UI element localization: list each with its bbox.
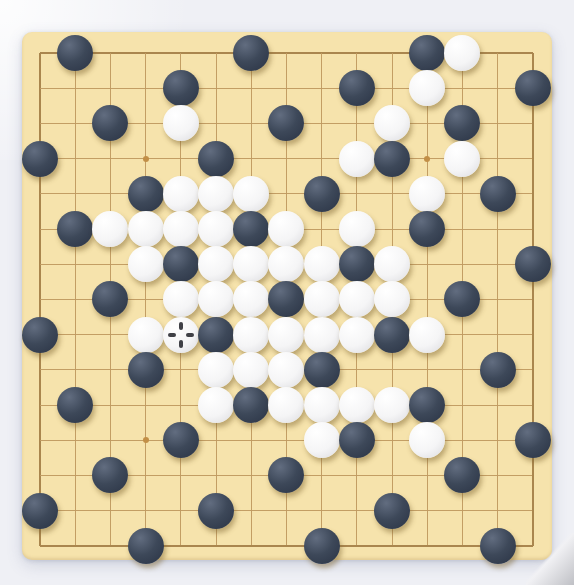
black-stone [92, 105, 128, 141]
black-stone [304, 528, 340, 564]
white-stone [268, 387, 304, 423]
white-stone [268, 317, 304, 353]
grid-line [427, 53, 428, 546]
white-stone [198, 387, 234, 423]
black-stone [57, 35, 93, 71]
black-stone [304, 176, 340, 212]
black-stone [339, 70, 375, 106]
black-stone [233, 35, 269, 71]
white-stone [304, 317, 340, 353]
black-stone [480, 352, 516, 388]
black-stone [515, 246, 551, 282]
white-stone [198, 211, 234, 247]
black-stone [57, 211, 93, 247]
grid-line [40, 510, 533, 511]
white-stone [374, 246, 410, 282]
black-stone [128, 176, 164, 212]
black-stone [444, 105, 480, 141]
black-stone [409, 211, 445, 247]
white-stone [163, 317, 199, 353]
black-stone [339, 246, 375, 282]
black-stone [480, 528, 516, 564]
black-stone [374, 141, 410, 177]
page-fold-corner [526, 533, 574, 585]
black-stone [163, 246, 199, 282]
white-stone [233, 281, 269, 317]
white-stone [444, 141, 480, 177]
white-stone [409, 317, 445, 353]
white-stone [233, 317, 269, 353]
white-stone [128, 317, 164, 353]
white-stone [339, 141, 375, 177]
white-stone [339, 317, 375, 353]
black-stone [22, 317, 58, 353]
grid-line [40, 545, 533, 547]
white-stone [233, 176, 269, 212]
black-stone [163, 422, 199, 458]
black-stone [92, 457, 128, 493]
white-stone [304, 246, 340, 282]
cursor-arm [168, 333, 176, 337]
star-point [143, 156, 149, 162]
grid-line [497, 53, 498, 546]
cursor-arm [179, 322, 183, 330]
black-stone [57, 387, 93, 423]
cursor-arm [179, 340, 183, 348]
black-stone [339, 422, 375, 458]
grid-line [40, 440, 533, 441]
white-stone [304, 422, 340, 458]
go-board[interactable] [22, 32, 552, 560]
black-stone [22, 493, 58, 529]
white-stone [198, 281, 234, 317]
black-stone [233, 387, 269, 423]
black-stone [233, 211, 269, 247]
white-stone [163, 105, 199, 141]
white-stone [444, 35, 480, 71]
white-stone [198, 176, 234, 212]
black-stone [268, 105, 304, 141]
white-stone [268, 211, 304, 247]
white-stone [233, 352, 269, 388]
black-stone [480, 176, 516, 212]
black-stone [374, 493, 410, 529]
black-stone [163, 70, 199, 106]
black-stone [304, 352, 340, 388]
white-stone [163, 281, 199, 317]
white-stone [374, 387, 410, 423]
white-stone [409, 422, 445, 458]
black-stone [515, 70, 551, 106]
white-stone [374, 105, 410, 141]
white-stone [339, 281, 375, 317]
white-stone [339, 211, 375, 247]
white-stone [268, 352, 304, 388]
white-stone [409, 176, 445, 212]
black-stone [198, 141, 234, 177]
black-stone [409, 387, 445, 423]
black-stone [22, 141, 58, 177]
black-stone [444, 457, 480, 493]
black-stone [198, 317, 234, 353]
black-stone [198, 493, 234, 529]
grid-line [532, 53, 534, 546]
white-stone [409, 70, 445, 106]
black-stone [268, 281, 304, 317]
cursor-arm [186, 333, 194, 337]
black-stone [374, 317, 410, 353]
white-stone [233, 246, 269, 282]
white-stone [128, 211, 164, 247]
white-stone [163, 211, 199, 247]
star-point [424, 156, 430, 162]
black-stone [409, 35, 445, 71]
black-stone [268, 457, 304, 493]
black-stone [128, 528, 164, 564]
white-stone [198, 352, 234, 388]
white-stone [374, 281, 410, 317]
white-stone [304, 281, 340, 317]
star-point [143, 437, 149, 443]
white-stone [198, 246, 234, 282]
black-stone [515, 422, 551, 458]
white-stone [304, 387, 340, 423]
black-stone [92, 281, 128, 317]
black-stone [444, 281, 480, 317]
white-stone [163, 176, 199, 212]
white-stone [128, 246, 164, 282]
white-stone [339, 387, 375, 423]
white-stone [92, 211, 128, 247]
white-stone [268, 246, 304, 282]
black-stone [128, 352, 164, 388]
move-cursor-icon [163, 317, 199, 353]
